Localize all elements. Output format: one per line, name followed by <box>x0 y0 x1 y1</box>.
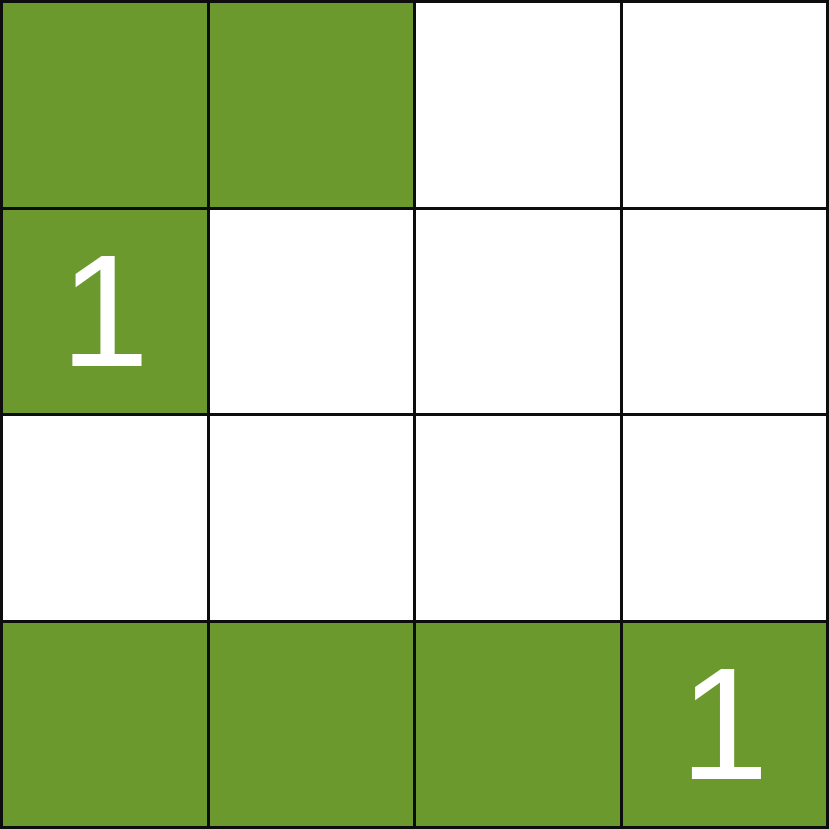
cell-r3c1[interactable] <box>210 623 414 827</box>
cell-r3c3[interactable]: 1 <box>623 623 827 827</box>
cell-r1c2[interactable] <box>416 210 620 414</box>
cell-r2c1[interactable] <box>210 416 414 620</box>
cell-r0c0[interactable] <box>3 3 207 207</box>
cell-r0c1[interactable] <box>210 3 414 207</box>
cell-r0c2[interactable] <box>416 3 620 207</box>
clue-number: 1 <box>680 644 769 804</box>
cell-r2c0[interactable] <box>3 416 207 620</box>
cell-r1c3[interactable] <box>623 210 827 414</box>
puzzle-board: 11 <box>0 0 829 829</box>
clue-number: 1 <box>60 231 149 391</box>
cell-r2c2[interactable] <box>416 416 620 620</box>
cell-r0c3[interactable] <box>623 3 827 207</box>
cell-r2c3[interactable] <box>623 416 827 620</box>
cell-r3c0[interactable] <box>3 623 207 827</box>
cell-r3c2[interactable] <box>416 623 620 827</box>
cell-r1c0[interactable]: 1 <box>3 210 207 414</box>
cell-r1c1[interactable] <box>210 210 414 414</box>
